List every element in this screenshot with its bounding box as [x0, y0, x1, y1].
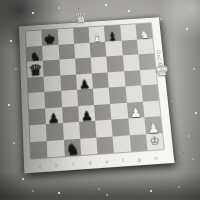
square-b1[interactable]	[47, 139, 64, 157]
square-f6[interactable]	[107, 55, 124, 71]
file-label: g	[138, 157, 141, 162]
square-c8[interactable]	[57, 28, 74, 44]
square-a6[interactable]: ♛	[27, 61, 44, 78]
file-label: b	[55, 163, 58, 168]
piece-black-king-b8[interactable]: ♚	[44, 33, 56, 46]
dust-specks-light	[10, 40, 12, 42]
square-e3[interactable]	[94, 103, 111, 120]
square-a2[interactable]	[30, 124, 47, 142]
square-g1[interactable]	[129, 134, 147, 152]
piece-black-knight-c1[interactable]: ♞	[65, 141, 80, 157]
square-c1[interactable]: ♞	[63, 138, 81, 156]
square-c7[interactable]	[58, 43, 75, 59]
piece-black-pawn-b3[interactable]: ♟	[48, 111, 60, 124]
piece-white-pawn-g3[interactable]: ♟	[129, 106, 142, 119]
square-c6[interactable]	[59, 59, 76, 76]
square-c3[interactable]	[62, 106, 79, 123]
piece-black-queen-a6[interactable]: ♛	[28, 62, 43, 78]
square-f2[interactable]	[112, 118, 130, 136]
square-f3[interactable]	[110, 102, 128, 119]
square-c2[interactable]	[62, 122, 79, 140]
square-e8[interactable]: ♝	[89, 26, 106, 42]
square-g8[interactable]	[120, 24, 137, 40]
square-b4[interactable]	[45, 91, 62, 108]
square-a4[interactable]	[28, 92, 45, 109]
rank-label: 5	[22, 83, 25, 88]
rank-label: 3	[23, 115, 26, 120]
file-label: c	[72, 162, 75, 167]
square-a7[interactable]: ♞	[27, 45, 44, 61]
rank-label: 1	[24, 148, 27, 153]
square-f1[interactable]	[113, 135, 131, 153]
rank-label: 7	[21, 52, 24, 57]
square-e5[interactable]	[92, 72, 109, 89]
square-a1[interactable]	[30, 141, 47, 159]
file-label: a	[38, 164, 41, 169]
square-g4[interactable]	[125, 85, 143, 102]
piece-black-bishop-f8[interactable]: ♝	[107, 30, 118, 42]
rank-label: 4	[23, 99, 26, 104]
photo-background: ♚♝♝♞♞♛♟♟♟♟♟♞♔ abcdefgh 87654321 OnChess …	[0, 0, 200, 200]
square-e4[interactable]	[93, 88, 110, 105]
square-c5[interactable]	[60, 74, 77, 91]
square-e6[interactable]	[91, 56, 108, 72]
square-b3[interactable]: ♟	[45, 107, 62, 124]
board: ♚♝♝♞♞♛♟♟♟♟♟♞♔ abcdefgh 87654321 OnChess …	[19, 17, 174, 173]
rank-label: 6	[21, 67, 24, 72]
square-b8[interactable]: ♚	[42, 29, 58, 45]
square-g3[interactable]: ♟	[126, 101, 144, 118]
board-perspective-wrap: ♚♝♝♞♞♛♟♟♟♟♟♞♔ abcdefgh 87654321 OnChess …	[19, 17, 174, 173]
square-g5[interactable]	[124, 70, 141, 87]
square-c4[interactable]	[61, 90, 78, 107]
file-label: h	[154, 156, 157, 161]
piece-white-knight-h8[interactable]: ♞	[138, 28, 149, 39]
square-b5[interactable]	[44, 75, 61, 92]
square-a3[interactable]	[29, 108, 46, 125]
dust-specks-dark	[18, 22, 19, 23]
file-label: f	[122, 158, 124, 163]
piece-white-pawn-h2[interactable]: ♟	[147, 121, 160, 135]
square-f5[interactable]	[108, 71, 125, 88]
rank-label: 8	[20, 37, 23, 42]
square-a8[interactable]	[26, 30, 42, 46]
piece-white-bishop-e8[interactable]: ♝	[92, 32, 103, 44]
square-e2[interactable]	[95, 120, 113, 138]
rank-label: 2	[24, 131, 27, 136]
square-f4[interactable]	[109, 86, 126, 103]
square-h8[interactable]: ♞	[135, 23, 152, 39]
square-g7[interactable]	[121, 39, 138, 55]
square-b6[interactable]	[43, 60, 60, 77]
square-e1[interactable]	[96, 136, 114, 154]
square-g6[interactable]	[122, 54, 139, 70]
square-f8[interactable]: ♝	[104, 25, 121, 41]
file-label: e	[105, 159, 108, 164]
